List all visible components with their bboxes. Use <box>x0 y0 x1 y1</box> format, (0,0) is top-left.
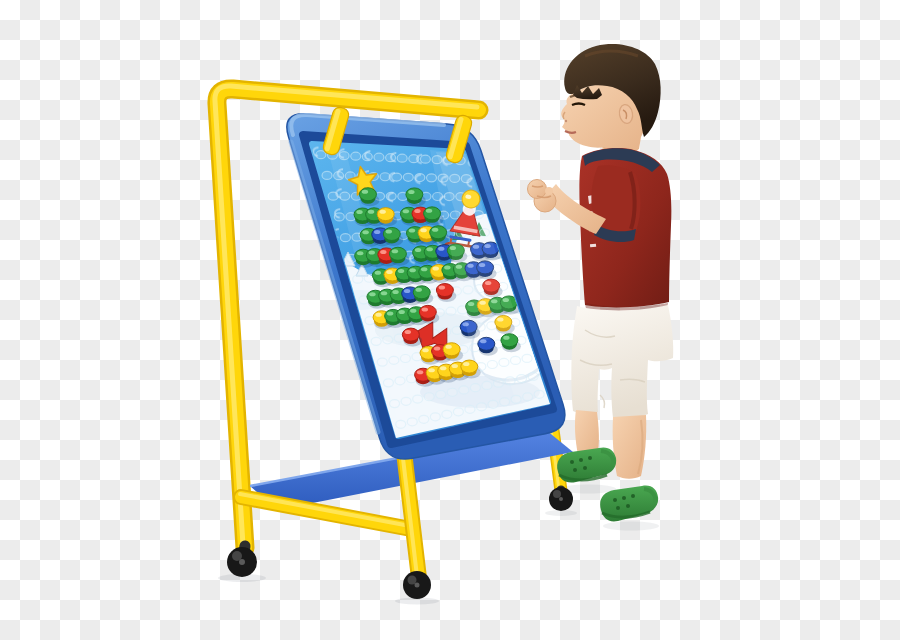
transparency-checkerboard <box>0 0 900 640</box>
child-hands <box>528 180 557 213</box>
pegboard <box>287 114 565 459</box>
scene-photo <box>0 0 900 640</box>
child-shorts <box>571 305 673 419</box>
